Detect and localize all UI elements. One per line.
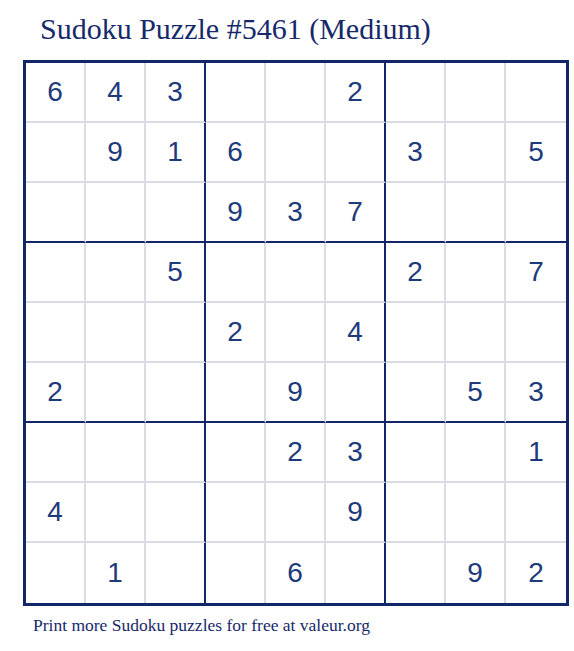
sudoku-grid: 643291635937527242953231491692 — [23, 60, 569, 606]
sudoku-cell-r7c5: 2 — [266, 423, 326, 483]
sudoku-cell-r5c7 — [386, 303, 446, 363]
sudoku-cell-r6c2 — [86, 363, 146, 423]
sudoku-cell-r5c8 — [446, 303, 506, 363]
sudoku-cell-r4c9: 7 — [506, 243, 566, 303]
sudoku-cell-r5c2 — [86, 303, 146, 363]
footer-text: Print more Sudoku puzzles for free at va… — [33, 615, 370, 636]
sudoku-cell-r2c2: 9 — [86, 123, 146, 183]
sudoku-cell-r9c4 — [206, 543, 266, 603]
sudoku-cell-r4c7: 2 — [386, 243, 446, 303]
sudoku-cell-r2c9: 5 — [506, 123, 566, 183]
sudoku-cell-r7c6: 3 — [326, 423, 386, 483]
sudoku-cell-r1c9 — [506, 63, 566, 123]
sudoku-cell-r6c8: 5 — [446, 363, 506, 423]
sudoku-cell-r4c4 — [206, 243, 266, 303]
sudoku-cell-r5c3 — [146, 303, 206, 363]
sudoku-cell-r6c5: 9 — [266, 363, 326, 423]
sudoku-cell-r8c4 — [206, 483, 266, 543]
sudoku-cell-r3c7 — [386, 183, 446, 243]
sudoku-cell-r7c2 — [86, 423, 146, 483]
sudoku-cell-r2c3: 1 — [146, 123, 206, 183]
sudoku-cell-r2c5 — [266, 123, 326, 183]
sudoku-cell-r8c1: 4 — [26, 483, 86, 543]
sudoku-cell-r4c6 — [326, 243, 386, 303]
sudoku-cell-r9c5: 6 — [266, 543, 326, 603]
sudoku-cell-r7c4 — [206, 423, 266, 483]
sudoku-cell-r9c2: 1 — [86, 543, 146, 603]
sudoku-cell-r2c8 — [446, 123, 506, 183]
sudoku-cell-r9c1 — [26, 543, 86, 603]
sudoku-cell-r2c1 — [26, 123, 86, 183]
sudoku-cell-r6c1: 2 — [26, 363, 86, 423]
sudoku-cell-r9c8: 9 — [446, 543, 506, 603]
sudoku-cell-r8c5 — [266, 483, 326, 543]
sudoku-cell-r1c2: 4 — [86, 63, 146, 123]
sudoku-cell-r7c9: 1 — [506, 423, 566, 483]
sudoku-cell-r8c6: 9 — [326, 483, 386, 543]
sudoku-cell-r4c3: 5 — [146, 243, 206, 303]
sudoku-cell-r5c9 — [506, 303, 566, 363]
sudoku-cell-r5c1 — [26, 303, 86, 363]
sudoku-cell-r6c7 — [386, 363, 446, 423]
sudoku-cell-r8c8 — [446, 483, 506, 543]
sudoku-cell-r8c7 — [386, 483, 446, 543]
sudoku-cell-r7c3 — [146, 423, 206, 483]
sudoku-cell-r1c8 — [446, 63, 506, 123]
sudoku-cell-r6c6 — [326, 363, 386, 423]
sudoku-cell-r9c3 — [146, 543, 206, 603]
sudoku-cell-r4c2 — [86, 243, 146, 303]
sudoku-cell-r4c1 — [26, 243, 86, 303]
sudoku-cell-r5c4: 2 — [206, 303, 266, 363]
sudoku-cell-r9c7 — [386, 543, 446, 603]
sudoku-cell-r1c6: 2 — [326, 63, 386, 123]
sudoku-cell-r3c8 — [446, 183, 506, 243]
sudoku-cell-r3c4: 9 — [206, 183, 266, 243]
sudoku-cell-r3c3 — [146, 183, 206, 243]
sudoku-cell-r7c7 — [386, 423, 446, 483]
sudoku-cell-r7c8 — [446, 423, 506, 483]
sudoku-cell-r6c9: 3 — [506, 363, 566, 423]
sudoku-cell-r3c1 — [26, 183, 86, 243]
sudoku-cell-r6c4 — [206, 363, 266, 423]
sudoku-cell-r3c5: 3 — [266, 183, 326, 243]
sudoku-cell-r3c2 — [86, 183, 146, 243]
sudoku-cell-r4c5 — [266, 243, 326, 303]
sudoku-cell-r5c6: 4 — [326, 303, 386, 363]
sudoku-cell-r1c7 — [386, 63, 446, 123]
puzzle-title: Sudoku Puzzle #5461 (Medium) — [40, 12, 431, 46]
sudoku-cell-r8c2 — [86, 483, 146, 543]
sudoku-cell-r2c6 — [326, 123, 386, 183]
sudoku-cell-r2c7: 3 — [386, 123, 446, 183]
sudoku-cell-r9c6 — [326, 543, 386, 603]
sudoku-cell-r9c9: 2 — [506, 543, 566, 603]
sudoku-cell-r5c5 — [266, 303, 326, 363]
sudoku-cell-r3c6: 7 — [326, 183, 386, 243]
sudoku-cell-r7c1 — [26, 423, 86, 483]
sudoku-cell-r3c9 — [506, 183, 566, 243]
sudoku-cell-r6c3 — [146, 363, 206, 423]
sudoku-cell-r1c4 — [206, 63, 266, 123]
sudoku-cell-r8c3 — [146, 483, 206, 543]
sudoku-cell-r1c5 — [266, 63, 326, 123]
sudoku-cell-r2c4: 6 — [206, 123, 266, 183]
sudoku-cell-r1c3: 3 — [146, 63, 206, 123]
sudoku-cell-r8c9 — [506, 483, 566, 543]
sudoku-cell-r1c1: 6 — [26, 63, 86, 123]
sudoku-cell-r4c8 — [446, 243, 506, 303]
